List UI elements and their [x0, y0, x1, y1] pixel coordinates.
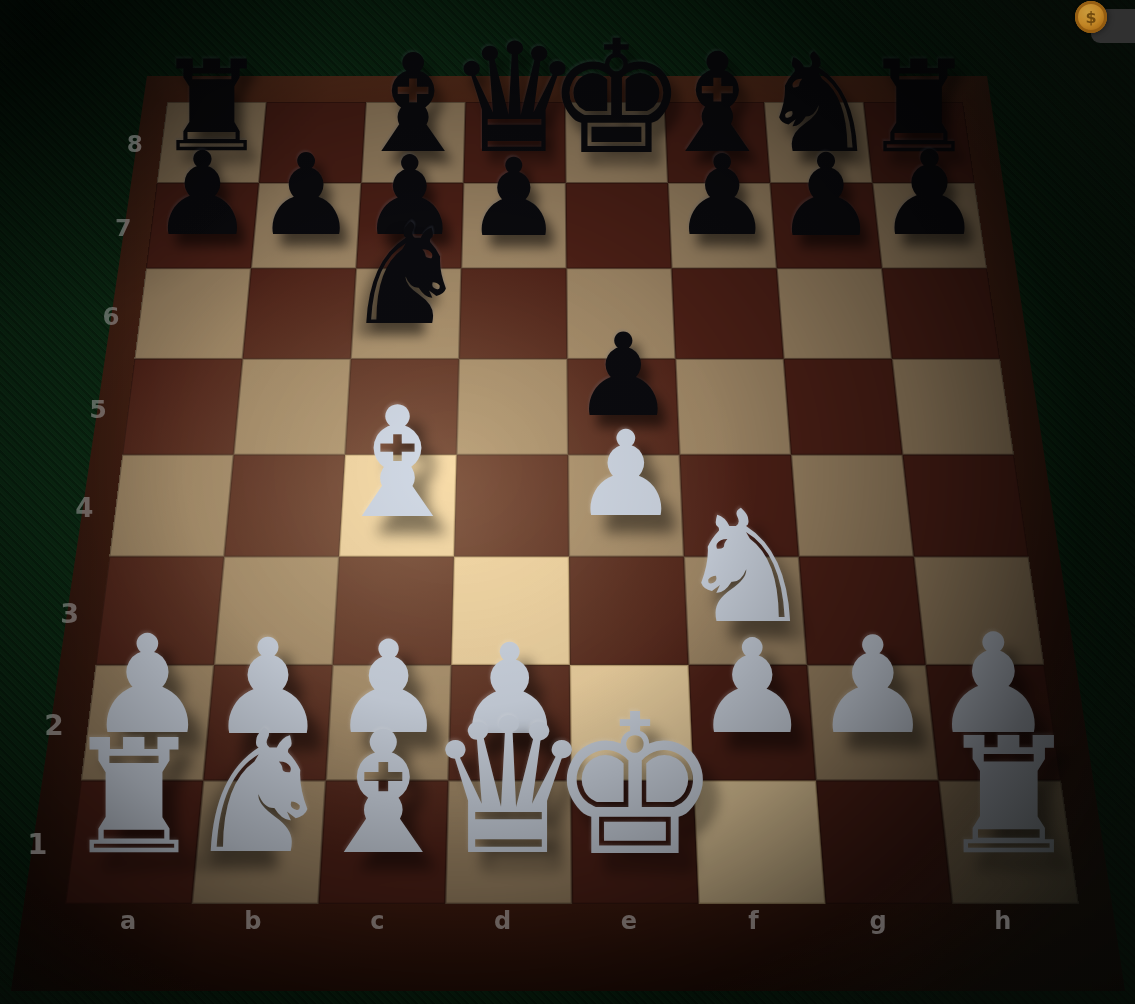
- square-f6[interactable]: [672, 268, 784, 358]
- piece-black-pawn-d7[interactable]: ♟: [466, 144, 562, 251]
- square-e3[interactable]: [569, 557, 689, 665]
- piece-black-pawn-h7[interactable]: ♟: [877, 136, 982, 253]
- square-d5[interactable]: [457, 359, 568, 455]
- square-g1[interactable]: [816, 780, 952, 903]
- square-d6[interactable]: [459, 268, 567, 358]
- chess-table-scene: ♜♝♛♚♝♞♜♟♟♟♟♟♟♟♞♟♝♟♞♟♟♟♟♟♟♟♜♞♝♛♚♜ 8765432…: [0, 0, 1135, 1004]
- square-e7[interactable]: [566, 183, 672, 268]
- square-h6[interactable]: [882, 268, 1000, 358]
- square-a5[interactable]: [122, 359, 242, 455]
- square-f5[interactable]: [675, 359, 791, 455]
- piece-black-pawn-a7[interactable]: ♟: [151, 137, 254, 252]
- square-a6[interactable]: [134, 268, 251, 358]
- square-d4[interactable]: [454, 455, 569, 557]
- piece-white-king-e1[interactable]: ♚: [548, 689, 722, 883]
- square-a4[interactable]: [109, 455, 233, 557]
- piece-black-pawn-b7[interactable]: ♟: [256, 139, 357, 251]
- coin-panel[interactable]: $: [1091, 9, 1135, 43]
- coin-symbol: $: [1085, 8, 1096, 27]
- piece-black-knight-c6[interactable]: ♞: [344, 205, 469, 344]
- piece-white-pawn-e4[interactable]: ♟: [573, 415, 679, 533]
- square-h5[interactable]: [892, 359, 1014, 455]
- piece-black-pawn-g7[interactable]: ♟: [775, 138, 877, 252]
- piece-white-rook-h1[interactable]: ♜: [937, 717, 1080, 877]
- square-g6[interactable]: [777, 268, 892, 358]
- square-h4[interactable]: [903, 455, 1029, 557]
- coin-icon[interactable]: $: [1075, 1, 1107, 33]
- square-b6[interactable]: [243, 268, 357, 358]
- square-g5[interactable]: [784, 359, 903, 455]
- piece-white-bishop-c4[interactable]: ♝: [329, 386, 466, 539]
- square-b4[interactable]: [224, 455, 345, 557]
- piece-black-pawn-f7[interactable]: ♟: [673, 141, 772, 252]
- piece-white-pawn-g2[interactable]: ♟: [813, 619, 933, 753]
